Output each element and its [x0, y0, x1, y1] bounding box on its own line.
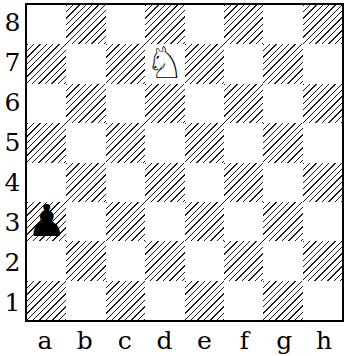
file-label-f: f [224, 322, 264, 356]
square-f5[interactable] [224, 123, 263, 162]
file-label-d: d [145, 322, 185, 356]
rank-label-3: 3 [0, 202, 25, 242]
square-e6[interactable] [185, 84, 224, 123]
file-label-h: h [304, 322, 344, 356]
square-d3[interactable] [145, 202, 184, 241]
square-h7[interactable] [303, 44, 342, 83]
chess-board: ♘♟ [25, 3, 344, 322]
square-h8[interactable] [303, 5, 342, 44]
square-h2[interactable] [303, 241, 342, 280]
square-b8[interactable] [66, 5, 105, 44]
square-a2[interactable] [27, 241, 66, 280]
square-a4[interactable] [27, 163, 66, 202]
square-e1[interactable] [185, 281, 224, 320]
rank-label-6: 6 [0, 83, 25, 123]
square-e5[interactable] [185, 123, 224, 162]
square-d1[interactable] [145, 281, 184, 320]
square-h1[interactable] [303, 281, 342, 320]
square-g4[interactable] [263, 163, 302, 202]
file-label-g: g [264, 322, 304, 356]
square-f4[interactable] [224, 163, 263, 202]
rank-label-7: 7 [0, 43, 25, 83]
diagram-grid: 87654321 ♘♟ abcdefgh [0, 3, 344, 356]
square-g6[interactable] [263, 84, 302, 123]
square-g1[interactable] [263, 281, 302, 320]
corner-spacer [0, 322, 25, 356]
rank-label-5: 5 [0, 123, 25, 163]
file-label-a: a [25, 322, 65, 356]
square-a1[interactable] [27, 281, 66, 320]
rank-labels: 87654321 [0, 3, 25, 322]
square-b2[interactable] [66, 241, 105, 280]
square-b5[interactable] [66, 123, 105, 162]
square-g8[interactable] [263, 5, 302, 44]
square-g3[interactable] [263, 202, 302, 241]
square-f3[interactable] [224, 202, 263, 241]
square-f2[interactable] [224, 241, 263, 280]
square-a8[interactable] [27, 5, 66, 44]
square-g5[interactable] [263, 123, 302, 162]
square-g7[interactable] [263, 44, 302, 83]
square-b3[interactable] [66, 202, 105, 241]
square-h6[interactable] [303, 84, 342, 123]
square-e2[interactable] [185, 241, 224, 280]
square-c3[interactable] [106, 202, 145, 241]
rank-label-4: 4 [0, 163, 25, 203]
square-b4[interactable] [66, 163, 105, 202]
white-knight-d7[interactable]: ♘ [145, 44, 184, 83]
square-c7[interactable] [106, 44, 145, 83]
square-b7[interactable] [66, 44, 105, 83]
square-e8[interactable] [185, 5, 224, 44]
square-f6[interactable] [224, 84, 263, 123]
rank-label-8: 8 [0, 3, 25, 43]
square-d5[interactable] [145, 123, 184, 162]
square-c8[interactable] [106, 5, 145, 44]
square-h3[interactable] [303, 202, 342, 241]
square-c6[interactable] [106, 84, 145, 123]
square-a5[interactable] [27, 123, 66, 162]
square-d4[interactable] [145, 163, 184, 202]
chess-diagram: 87654321 ♘♟ abcdefgh [0, 0, 347, 356]
square-f7[interactable] [224, 44, 263, 83]
square-c1[interactable] [106, 281, 145, 320]
square-f1[interactable] [224, 281, 263, 320]
square-a7[interactable] [27, 44, 66, 83]
black-pawn-a3[interactable]: ♟ [27, 202, 66, 241]
rank-label-2: 2 [0, 242, 25, 282]
square-d6[interactable] [145, 84, 184, 123]
square-e3[interactable] [185, 202, 224, 241]
file-label-b: b [65, 322, 105, 356]
square-d2[interactable] [145, 241, 184, 280]
rank-label-1: 1 [0, 282, 25, 322]
square-d7[interactable]: ♘ [145, 44, 184, 83]
square-h5[interactable] [303, 123, 342, 162]
file-labels: abcdefgh [25, 322, 344, 356]
file-label-e: e [185, 322, 225, 356]
square-h4[interactable] [303, 163, 342, 202]
square-c4[interactable] [106, 163, 145, 202]
square-a6[interactable] [27, 84, 66, 123]
square-b6[interactable] [66, 84, 105, 123]
square-e4[interactable] [185, 163, 224, 202]
square-c2[interactable] [106, 241, 145, 280]
file-label-c: c [105, 322, 145, 356]
square-b1[interactable] [66, 281, 105, 320]
square-d8[interactable] [145, 5, 184, 44]
square-a3[interactable]: ♟ [27, 202, 66, 241]
square-e7[interactable] [185, 44, 224, 83]
square-f8[interactable] [224, 5, 263, 44]
square-g2[interactable] [263, 241, 302, 280]
square-c5[interactable] [106, 123, 145, 162]
